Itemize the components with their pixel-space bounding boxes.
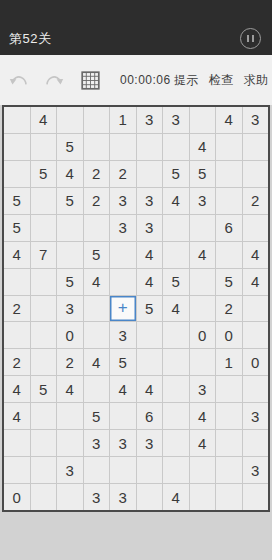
board-cell[interactable] <box>137 322 163 348</box>
board-cell[interactable]: 3 <box>57 457 83 483</box>
board-cell[interactable] <box>4 161 30 187</box>
undo-arrow-icon <box>9 73 29 88</box>
board-cell[interactable]: 0 <box>216 322 242 348</box>
board-cell[interactable]: 2 <box>84 188 110 214</box>
board-cell[interactable] <box>57 107 83 133</box>
board-cell[interactable] <box>57 430 83 456</box>
board-cell[interactable]: 4 <box>4 376 30 402</box>
board-cell[interactable] <box>216 376 242 402</box>
board-cell[interactable] <box>31 457 57 483</box>
board-cell[interactable]: 3 <box>110 484 136 510</box>
board-cell[interactable]: 4 <box>4 242 30 268</box>
board-cell[interactable] <box>216 161 242 187</box>
board-cell[interactable] <box>137 484 163 510</box>
board-cell[interactable]: 3 <box>190 188 216 214</box>
board-cell[interactable] <box>137 134 163 160</box>
board-cell[interactable] <box>31 403 57 429</box>
check-button[interactable]: 检查 <box>209 72 233 89</box>
board-cell[interactable]: 6 <box>216 215 242 241</box>
board-cell[interactable]: 3 <box>243 457 269 483</box>
board-cell-selected[interactable]: + <box>110 296 136 322</box>
board-cell[interactable] <box>163 457 189 483</box>
board-cell[interactable]: 2 <box>57 349 83 375</box>
board-cell[interactable]: 3 <box>110 215 136 241</box>
board-cell[interactable] <box>57 215 83 241</box>
board-cell[interactable] <box>163 134 189 160</box>
board-cell[interactable]: 5 <box>163 161 189 187</box>
board-cell[interactable]: 4 <box>163 296 189 322</box>
board-cell[interactable] <box>216 242 242 268</box>
board-cell[interactable]: 6 <box>137 403 163 429</box>
board-cell[interactable]: 3 <box>110 322 136 348</box>
board-cell[interactable]: 4 <box>190 430 216 456</box>
board-cell[interactable] <box>243 322 269 348</box>
board-cell[interactable] <box>243 430 269 456</box>
board-cell[interactable] <box>163 322 189 348</box>
board-cell[interactable] <box>110 242 136 268</box>
board-cell[interactable]: 3 <box>137 215 163 241</box>
board-cell[interactable] <box>4 430 30 456</box>
redo-arrow-icon <box>44 73 64 88</box>
board-cell[interactable] <box>190 215 216 241</box>
board-cell[interactable] <box>4 107 30 133</box>
board-cell[interactable] <box>216 457 242 483</box>
board-cell[interactable]: 5 <box>57 188 83 214</box>
board-cell[interactable]: 5 <box>190 161 216 187</box>
board-cell[interactable] <box>84 296 110 322</box>
board-cell[interactable] <box>163 430 189 456</box>
board-cell[interactable]: 4 <box>137 269 163 295</box>
board-cell[interactable]: 4 <box>243 269 269 295</box>
board-cell[interactable]: 5 <box>57 134 83 160</box>
board-cell[interactable]: 3 <box>137 107 163 133</box>
board-cell[interactable] <box>137 161 163 187</box>
board-cell[interactable] <box>243 296 269 322</box>
board-cell[interactable] <box>110 457 136 483</box>
timer: 00:00:06 <box>120 73 171 87</box>
pencil-grid-button[interactable] <box>81 71 100 90</box>
board-cell[interactable]: 5 <box>216 269 242 295</box>
pause-icon <box>247 35 249 42</box>
board-cell[interactable]: 4 <box>243 242 269 268</box>
board-cell[interactable]: 5 <box>31 161 57 187</box>
board-cell[interactable]: 4 <box>190 403 216 429</box>
board-cell[interactable] <box>216 484 242 510</box>
board-cell[interactable]: 0 <box>4 484 30 510</box>
board-cell[interactable] <box>190 349 216 375</box>
board-cell[interactable]: 3 <box>110 430 136 456</box>
board-cell[interactable] <box>84 457 110 483</box>
board-cell[interactable]: 3 <box>190 376 216 402</box>
board-cell[interactable] <box>31 349 57 375</box>
board-cell[interactable] <box>31 188 57 214</box>
board-cell[interactable]: 4 <box>110 376 136 402</box>
board-cell[interactable]: 4 <box>4 403 30 429</box>
board-cell[interactable]: 3 <box>84 484 110 510</box>
board-cell[interactable] <box>31 484 57 510</box>
board-cell[interactable]: 4 <box>190 134 216 160</box>
board-cell[interactable] <box>163 349 189 375</box>
board-cell[interactable]: 1 <box>216 349 242 375</box>
board-cell[interactable] <box>57 484 83 510</box>
board-cell[interactable] <box>216 188 242 214</box>
board-cell[interactable] <box>216 430 242 456</box>
toolbar: 00:00:06 提示 检查 求助 <box>0 55 272 105</box>
board-cell[interactable] <box>110 134 136 160</box>
board-cell[interactable]: 4 <box>57 376 83 402</box>
board-cell[interactable] <box>57 403 83 429</box>
board-cell[interactable]: 1 <box>110 107 136 133</box>
board-cell[interactable]: 4 <box>163 188 189 214</box>
board-cell[interactable]: 5 <box>84 242 110 268</box>
pause-icon <box>252 35 254 42</box>
board-cell[interactable] <box>4 457 30 483</box>
board-cell[interactable]: 2 <box>110 161 136 187</box>
board-cell[interactable]: 4 <box>84 269 110 295</box>
board-cell[interactable] <box>243 215 269 241</box>
board-cell[interactable] <box>4 269 30 295</box>
board-cell[interactable] <box>31 322 57 348</box>
board-cell[interactable]: 0 <box>57 322 83 348</box>
board-cell[interactable] <box>31 269 57 295</box>
board-cell[interactable]: 4 <box>163 484 189 510</box>
board-cell[interactable]: 3 <box>163 107 189 133</box>
board-cell[interactable]: 5 <box>110 349 136 375</box>
board-cell[interactable] <box>31 215 57 241</box>
board-cell[interactable]: 4 <box>216 107 242 133</box>
board-cell[interactable] <box>243 484 269 510</box>
board-cell[interactable] <box>216 403 242 429</box>
board-cell[interactable] <box>31 430 57 456</box>
redo-button[interactable] <box>44 73 64 88</box>
board-cell[interactable]: 7 <box>31 242 57 268</box>
level-title: 第52关 <box>9 30 51 48</box>
board-cell[interactable] <box>31 134 57 160</box>
board-cell[interactable]: 5 <box>4 188 30 214</box>
board-cell[interactable] <box>243 161 269 187</box>
board-cell[interactable] <box>243 376 269 402</box>
board-cell[interactable]: 3 <box>84 430 110 456</box>
board-cell[interactable]: 2 <box>216 296 242 322</box>
board-cell[interactable]: 3 <box>243 107 269 133</box>
board-cell[interactable] <box>31 296 57 322</box>
board-cell[interactable] <box>216 134 242 160</box>
board-cell[interactable] <box>190 457 216 483</box>
pause-button[interactable] <box>240 28 261 49</box>
board-cell[interactable]: 3 <box>110 188 136 214</box>
board-cell[interactable] <box>190 269 216 295</box>
board-cell[interactable] <box>163 215 189 241</box>
help-button[interactable]: 求助 <box>244 72 268 89</box>
board-cell[interactable]: 4 <box>137 376 163 402</box>
board-cell[interactable]: 3 <box>137 188 163 214</box>
board-cell[interactable] <box>163 242 189 268</box>
board-cell[interactable]: 2 <box>243 188 269 214</box>
board: 4133435454225555233432533647544454455423… <box>2 105 270 512</box>
board-cell[interactable] <box>110 403 136 429</box>
board-cell[interactable]: 5 <box>31 376 57 402</box>
board-cell[interactable]: 4 <box>31 107 57 133</box>
board-cell[interactable]: 0 <box>190 322 216 348</box>
undo-button[interactable] <box>9 73 29 88</box>
board-cell[interactable] <box>84 376 110 402</box>
app-screen: 第52关 00:00:06 提示 检查 求助 <box>0 0 272 560</box>
board-cell[interactable] <box>243 134 269 160</box>
top-bar: 第52关 <box>0 0 272 55</box>
board-cell[interactable]: 4 <box>137 242 163 268</box>
board-cell[interactable] <box>4 134 30 160</box>
board-cell[interactable] <box>84 134 110 160</box>
board-cell[interactable]: 2 <box>4 296 30 322</box>
board-cell[interactable] <box>137 349 163 375</box>
board-cell[interactable] <box>190 107 216 133</box>
board-cell[interactable]: 5 <box>163 269 189 295</box>
board-cell[interactable] <box>57 242 83 268</box>
board-cell[interactable] <box>163 403 189 429</box>
board-cell[interactable] <box>190 484 216 510</box>
board-cell[interactable]: 5 <box>137 296 163 322</box>
board-cell[interactable] <box>84 215 110 241</box>
board-cell[interactable] <box>137 457 163 483</box>
board-cell[interactable] <box>110 269 136 295</box>
board-cell[interactable]: 2 <box>4 349 30 375</box>
board-cell[interactable]: 4 <box>190 242 216 268</box>
board-cell[interactable]: 4 <box>84 349 110 375</box>
board-cell[interactable]: 5 <box>57 269 83 295</box>
board-cell[interactable]: 0 <box>243 349 269 375</box>
board-cell[interactable] <box>163 376 189 402</box>
board-cell[interactable]: 2 <box>84 161 110 187</box>
board-cell[interactable] <box>84 322 110 348</box>
board-cell[interactable] <box>4 322 30 348</box>
hint-button[interactable]: 提示 <box>174 72 198 89</box>
board-cell[interactable] <box>190 296 216 322</box>
board-cell[interactable]: 3 <box>57 296 83 322</box>
board-cell[interactable] <box>84 107 110 133</box>
grid-icon <box>81 71 100 90</box>
board-cell[interactable]: 4 <box>57 161 83 187</box>
board-cell[interactable]: 5 <box>84 403 110 429</box>
board-cell[interactable]: 5 <box>4 215 30 241</box>
board-cell[interactable]: 3 <box>137 430 163 456</box>
board-cell[interactable]: 3 <box>243 403 269 429</box>
